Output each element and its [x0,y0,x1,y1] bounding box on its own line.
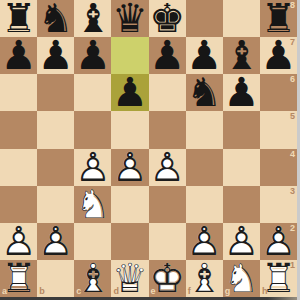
square-e4[interactable]: ♟♙ [149,149,186,186]
coord-rank-1: 1 [290,261,295,270]
black-pawn[interactable]: ♟ [37,37,74,74]
square-g5[interactable] [223,111,260,148]
square-h4[interactable]: 4 [260,149,297,186]
square-f5[interactable] [186,111,223,148]
white-pawn[interactable]: ♟♙ [37,223,74,260]
white-knight[interactable]: ♞♘ [74,186,111,223]
coord-rank-2: 2 [290,224,295,233]
coord-file-d: d [113,287,119,296]
square-d1[interactable]: ♛♕d [111,260,148,297]
coord-rank-3: 3 [290,187,295,196]
coord-file-b: b [39,287,45,296]
chess-board: ♜♞♝♛♚♜8♟♟♟♟♟♝♟7♟♞♟65♟♙♟♙♟♙4♞♘3♟♙♟♙♟♙♟♙♟♙… [0,0,297,297]
piece-glyph: ♛ [111,0,148,37]
square-h1[interactable]: ♜♖1h [260,260,297,297]
white-bishop[interactable]: ♝♗ [186,260,223,297]
square-d3[interactable] [111,186,148,223]
square-a5[interactable] [0,111,37,148]
square-h5[interactable]: 5 [260,111,297,148]
chess-board-screenshot: ♜♞♝♛♚♜8♟♟♟♟♟♝♟7♟♞♟65♟♙♟♙♟♙4♞♘3♟♙♟♙♟♙♟♙♟♙… [0,0,300,300]
square-c1[interactable]: ♝♗c [74,260,111,297]
square-b4[interactable] [37,149,74,186]
square-f4[interactable] [186,149,223,186]
square-f1[interactable]: ♝♗f [186,260,223,297]
black-pawn[interactable]: ♟ [0,37,37,74]
square-g1[interactable]: ♞♘g [223,260,260,297]
piece-outline-glyph: ♙ [37,223,74,260]
square-a7[interactable]: ♟ [0,37,37,74]
piece-glyph: ♞ [186,74,223,111]
coord-rank-7: 7 [290,38,295,47]
square-c7[interactable]: ♟ [74,37,111,74]
square-c5[interactable] [74,111,111,148]
black-pawn[interactable]: ♟ [223,74,260,111]
square-e7[interactable]: ♟ [149,37,186,74]
square-b6[interactable] [37,74,74,111]
coord-file-g: g [225,287,231,296]
square-e3[interactable] [149,186,186,223]
piece-glyph: ♟ [223,74,260,111]
square-e1[interactable]: ♚♔e [149,260,186,297]
white-pawn[interactable]: ♟♙ [149,149,186,186]
coord-rank-8: 8 [290,1,295,10]
square-e5[interactable] [149,111,186,148]
piece-glyph: ♟ [0,37,37,74]
coord-rank-4: 4 [290,150,295,159]
coord-file-h: h [262,287,268,296]
square-f6[interactable]: ♞ [186,74,223,111]
piece-outline-glyph: ♘ [74,186,111,223]
coord-file-e: e [151,287,156,296]
coord-rank-5: 5 [290,112,295,121]
square-b7[interactable]: ♟ [37,37,74,74]
black-knight[interactable]: ♞ [186,74,223,111]
square-c6[interactable] [74,74,111,111]
coord-file-a: a [2,287,7,296]
piece-outline-glyph: ♙ [149,149,186,186]
square-h7[interactable]: ♟7 [260,37,297,74]
piece-glyph: ♟ [74,37,111,74]
square-g6[interactable]: ♟ [223,74,260,111]
square-e6[interactable] [149,74,186,111]
square-d5[interactable] [111,111,148,148]
square-a6[interactable] [0,74,37,111]
piece-glyph: ♟ [149,37,186,74]
coord-file-f: f [188,287,191,296]
coord-rank-6: 6 [290,75,295,84]
piece-outline-glyph: ♗ [186,260,223,297]
square-b2[interactable]: ♟♙ [37,223,74,260]
piece-outline-glyph: ♙ [111,149,148,186]
piece-glyph: ♟ [111,74,148,111]
square-d8[interactable]: ♛ [111,0,148,37]
black-queen[interactable]: ♛ [111,0,148,37]
square-d4[interactable]: ♟♙ [111,149,148,186]
coord-file-c: c [76,287,81,296]
piece-glyph: ♟ [37,37,74,74]
right-edge-strip [297,0,300,300]
square-a4[interactable] [0,149,37,186]
black-pawn[interactable]: ♟ [74,37,111,74]
black-pawn[interactable]: ♟ [149,37,186,74]
square-g4[interactable] [223,149,260,186]
black-pawn[interactable]: ♟ [111,74,148,111]
square-b5[interactable] [37,111,74,148]
square-a1[interactable]: ♜♖a [0,260,37,297]
square-h6[interactable]: 6 [260,74,297,111]
square-b1[interactable]: b [37,260,74,297]
white-pawn[interactable]: ♟♙ [111,149,148,186]
square-c3[interactable]: ♞♘ [74,186,111,223]
square-d6[interactable]: ♟ [111,74,148,111]
